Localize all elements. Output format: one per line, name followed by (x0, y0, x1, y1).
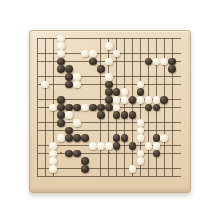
black-stone (97, 104, 105, 112)
black-stone (57, 58, 65, 66)
black-stone (65, 134, 73, 142)
white-stone (65, 111, 73, 119)
black-stone (129, 142, 137, 150)
white-stone (153, 96, 161, 104)
white-stone (49, 104, 57, 112)
black-stone (160, 96, 168, 104)
black-stone (113, 134, 121, 142)
white-stone (113, 96, 121, 104)
white-stone (57, 134, 65, 142)
white-stone (113, 50, 121, 58)
white-stone (137, 157, 145, 165)
white-stone (81, 50, 89, 58)
white-stone (105, 73, 113, 81)
black-stone (121, 134, 129, 142)
white-stone (137, 127, 145, 135)
black-stone (73, 134, 81, 142)
white-stone (89, 142, 97, 150)
white-stone (105, 142, 113, 150)
white-stone (49, 165, 57, 173)
white-stone (97, 142, 105, 150)
white-stone (137, 119, 145, 127)
black-stone (129, 96, 137, 104)
white-stone (137, 81, 145, 89)
white-stone (145, 96, 153, 104)
white-stone (49, 157, 57, 165)
black-stone (57, 104, 65, 112)
black-stone (113, 111, 121, 119)
white-stone (89, 50, 97, 58)
white-stone (153, 142, 161, 150)
black-stone (89, 58, 97, 66)
white-stone (73, 119, 81, 127)
white-stone (121, 88, 129, 96)
black-stone (89, 104, 97, 112)
black-stone (65, 104, 73, 112)
black-stone (121, 111, 129, 119)
black-stone (145, 58, 153, 66)
white-stone (137, 134, 145, 142)
white-stone (129, 165, 137, 173)
go-board (29, 30, 191, 193)
white-stone (73, 73, 81, 81)
hoshi-point (108, 152, 110, 154)
white-stone (105, 42, 113, 50)
white-stone (105, 58, 113, 66)
black-stone (129, 111, 137, 119)
white-stone (153, 58, 161, 66)
black-stone (57, 65, 65, 73)
black-stone (57, 119, 65, 127)
black-stone (65, 81, 73, 89)
black-stone (153, 134, 161, 142)
hoshi-point (60, 152, 62, 154)
black-stone (145, 104, 153, 112)
black-stone (113, 142, 121, 150)
black-stone (137, 88, 145, 96)
white-stone (145, 142, 153, 150)
black-stone (81, 134, 89, 142)
black-stone (105, 81, 113, 89)
black-stone (65, 65, 73, 73)
black-stone (57, 111, 65, 119)
black-stone (73, 150, 81, 158)
white-stone (73, 81, 81, 89)
white-stone (57, 50, 65, 58)
black-stone (168, 58, 176, 66)
black-stone (105, 96, 113, 104)
white-stone (57, 35, 65, 43)
black-stone (65, 127, 73, 135)
black-stone (153, 150, 161, 158)
black-stone (153, 104, 161, 112)
black-stone (97, 65, 105, 73)
white-stone (57, 42, 65, 50)
white-stone (113, 104, 121, 112)
black-stone (65, 150, 73, 158)
white-stone (49, 150, 57, 158)
white-stone (81, 104, 89, 112)
white-stone (137, 96, 145, 104)
black-stone (105, 88, 113, 96)
black-stone (65, 73, 73, 81)
black-stone (57, 96, 65, 104)
black-stone (105, 104, 113, 112)
white-stone (49, 142, 57, 150)
black-stone (168, 65, 176, 73)
black-stone (113, 88, 121, 96)
black-stone (97, 111, 105, 119)
white-stone (121, 96, 129, 104)
white-stone (137, 150, 145, 158)
white-stone (160, 58, 168, 66)
black-stone (81, 157, 89, 165)
white-stone (41, 81, 49, 89)
board-grid (37, 38, 181, 177)
black-stone (81, 165, 89, 173)
black-stone (73, 104, 81, 112)
white-stone (160, 134, 168, 142)
product-photo (0, 0, 219, 220)
